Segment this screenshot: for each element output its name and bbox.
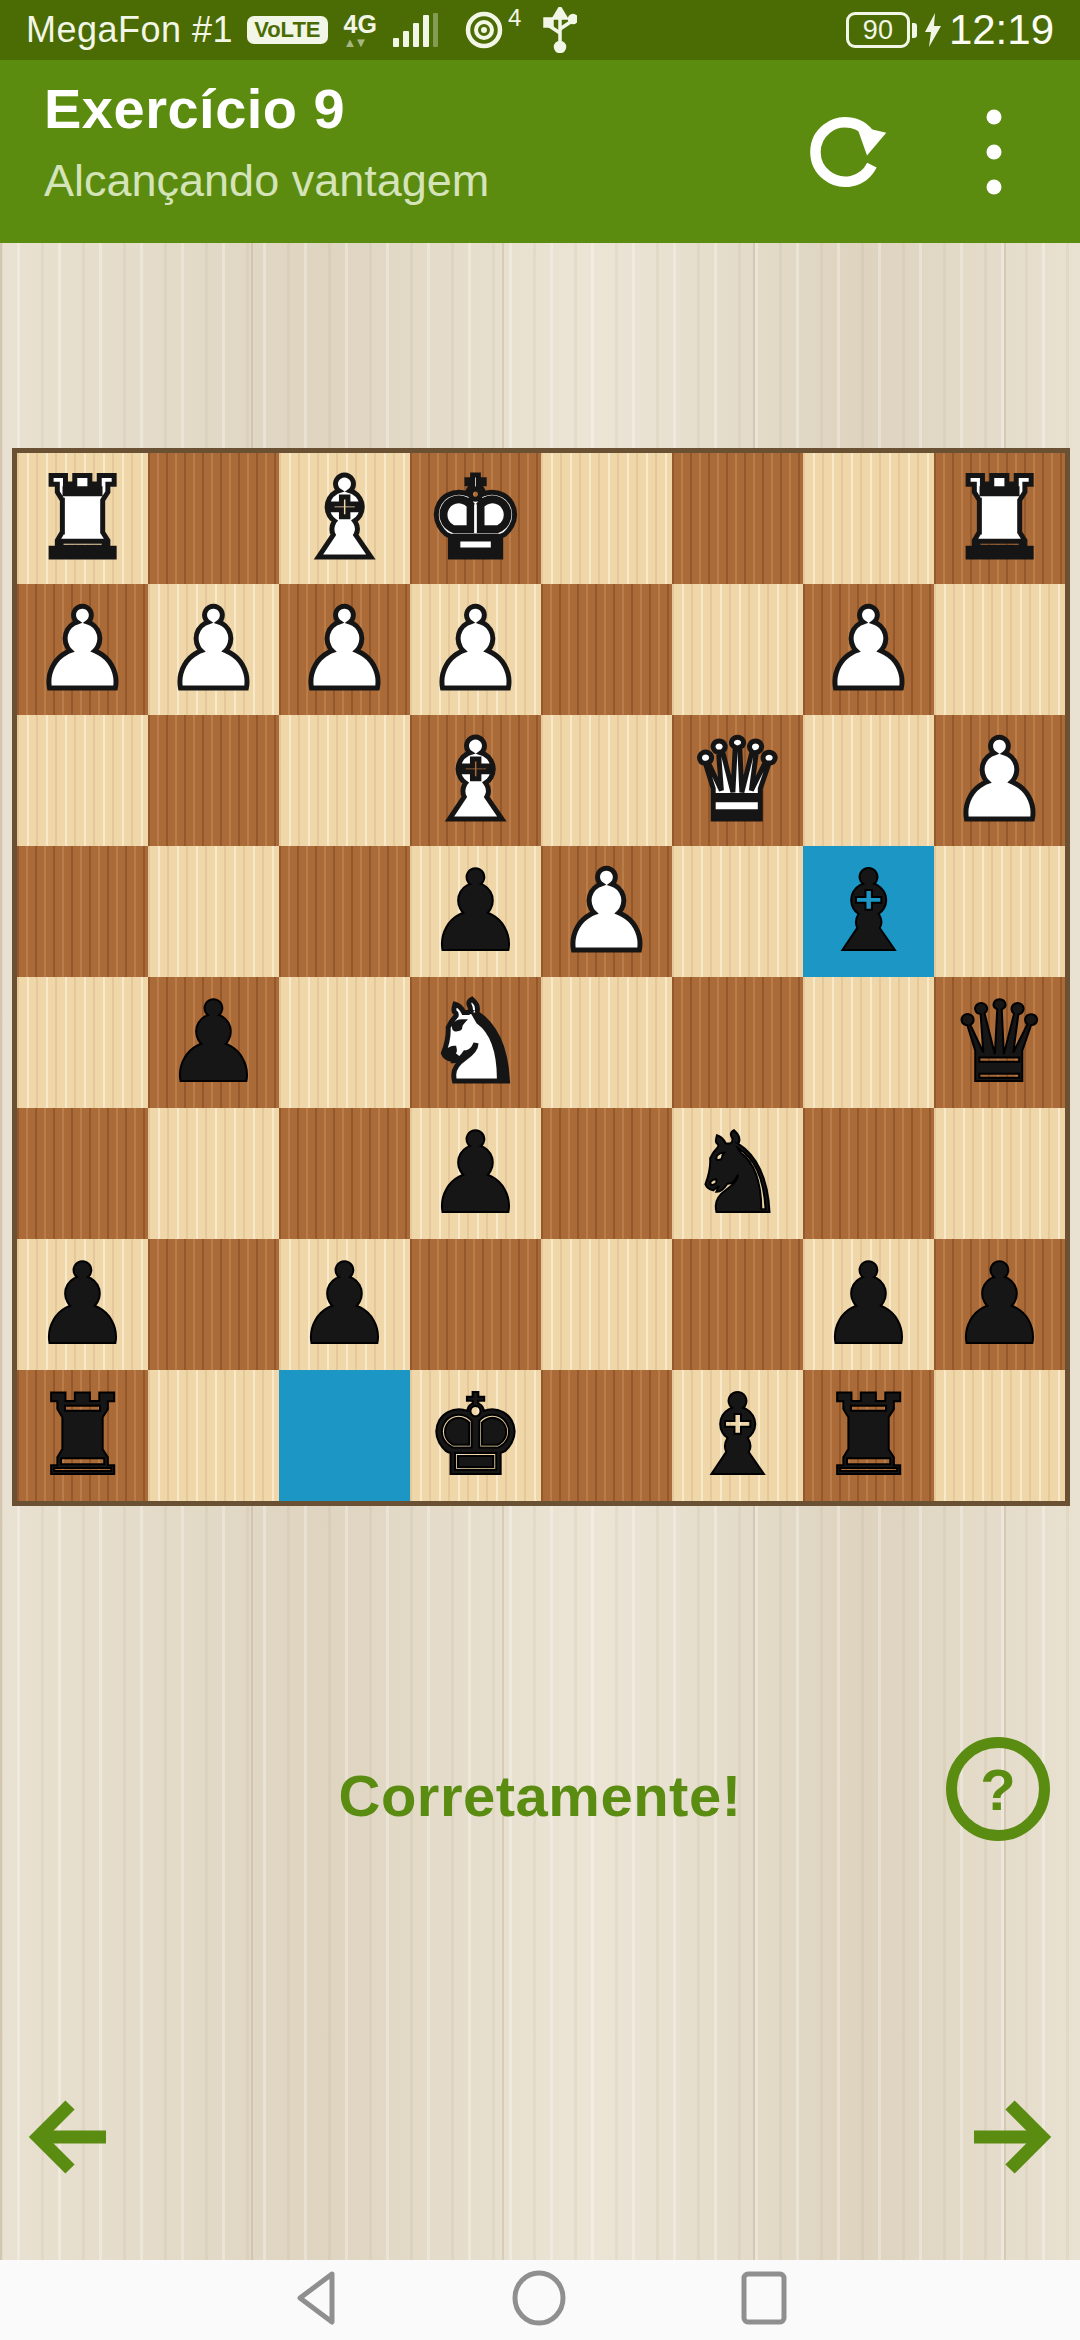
piece-black-P-e6: ♟ [425,1108,525,1239]
piece-white-N-e5: ♞ [425,977,525,1108]
square-h5[interactable] [17,977,148,1108]
square-f8[interactable] [279,1370,410,1501]
square-b3[interactable] [803,715,934,846]
square-a1[interactable]: ♜ [934,453,1065,584]
piece-black-P-e4: ♟ [425,846,525,977]
help-button[interactable]: ? [946,1737,1050,1841]
volte-badge: VoLTE [247,16,327,44]
usb-icon [543,7,577,53]
square-b4[interactable]: ♝ [803,846,934,977]
square-f3[interactable] [279,715,410,846]
square-e5[interactable]: ♞ [410,977,541,1108]
square-e8[interactable]: ♚ [410,1370,541,1501]
square-h7[interactable]: ♟ [17,1239,148,1370]
square-c7[interactable] [672,1239,803,1370]
previous-exercise-button[interactable] [28,2095,112,2183]
square-g7[interactable] [148,1239,279,1370]
square-b2[interactable]: ♟ [803,584,934,715]
status-left-cluster: MegaFon #1 VoLTE 4G ▲▼ 4 [26,7,577,53]
piece-black-P-b7: ♟ [818,1239,918,1370]
piece-white-K-e1: ♚ [425,453,525,584]
square-b5[interactable] [803,977,934,1108]
piece-black-R-h8: ♜ [32,1370,132,1501]
status-right-cluster: 90 12:19 [846,6,1054,54]
square-h8[interactable]: ♜ [17,1370,148,1501]
status-bar: MegaFon #1 VoLTE 4G ▲▼ 4 [0,0,1080,60]
square-a8[interactable] [934,1370,1065,1501]
piece-white-P-f2: ♟ [294,584,394,715]
right-arrow-icon [968,2095,1052,2179]
square-d6[interactable] [541,1108,672,1239]
square-a3[interactable]: ♟ [934,715,1065,846]
hotspot-icon: 4 [462,8,521,52]
piece-white-P-h2: ♟ [32,584,132,715]
nav-back-button[interactable] [292,2270,338,2330]
question-mark-icon: ? [980,1756,1015,1823]
network-indicator: 4G ▲▼ [344,12,377,49]
piece-black-P-h7: ♟ [32,1239,132,1370]
square-a4[interactable] [934,846,1065,977]
piece-black-B-c8: ♝ [687,1370,787,1501]
square-g1[interactable] [148,453,279,584]
result-message: Corretamente! [0,1762,1080,1829]
battery-icon: 90 [846,12,910,48]
back-triangle-icon [292,2270,338,2326]
next-exercise-button[interactable] [968,2095,1052,2183]
square-c3[interactable]: ♛ [672,715,803,846]
square-e4[interactable]: ♟ [410,846,541,977]
square-b8[interactable]: ♜ [803,1370,934,1501]
overflow-menu-icon [985,105,1003,199]
square-g3[interactable] [148,715,279,846]
app-bar: Exercício 9 Alcançando vantagem [0,60,1080,243]
square-c2[interactable] [672,584,803,715]
square-g5[interactable]: ♟ [148,977,279,1108]
square-f1[interactable]: ♝ [279,453,410,584]
square-g4[interactable] [148,846,279,977]
phone-screen: MegaFon #1 VoLTE 4G ▲▼ 4 [0,0,1080,2340]
square-g6[interactable] [148,1108,279,1239]
square-c4[interactable] [672,846,803,977]
home-circle-icon [510,2270,568,2326]
recents-square-icon [740,2270,788,2326]
piece-black-N-c6: ♞ [687,1108,787,1239]
square-b6[interactable] [803,1108,934,1239]
square-b1[interactable] [803,453,934,584]
piece-white-P-a3: ♟ [949,715,1049,846]
content-area: ♜♝♚♜♟♟♟♟♟♝♛♟♟♟♝♟♞♛♟♞♟♟♟♟♜♚♝♜ Corretament… [0,243,1080,2260]
refresh-button[interactable] [800,106,892,198]
piece-white-P-b2: ♟ [818,584,918,715]
square-g8[interactable] [148,1370,279,1501]
square-f4[interactable] [279,846,410,977]
android-nav-bar [0,2260,1080,2340]
square-e3[interactable]: ♝ [410,715,541,846]
nav-recents-button[interactable] [740,2270,788,2330]
square-a6[interactable] [934,1108,1065,1239]
square-f7[interactable]: ♟ [279,1239,410,1370]
battery-nub [912,23,917,38]
clock: 12:19 [949,6,1054,54]
left-arrow-icon [28,2095,112,2179]
square-c6[interactable]: ♞ [672,1108,803,1239]
square-e2[interactable]: ♟ [410,584,541,715]
piece-white-R-h1: ♜ [32,453,132,584]
piece-white-P-e2: ♟ [425,584,525,715]
network-type-label: 4G [344,12,377,37]
piece-black-Q-a5: ♛ [949,977,1049,1108]
square-h4[interactable] [17,846,148,977]
square-e7[interactable] [410,1239,541,1370]
square-c8[interactable]: ♝ [672,1370,803,1501]
battery-percent: 90 [863,15,893,46]
square-h1[interactable]: ♜ [17,453,148,584]
square-h6[interactable] [17,1108,148,1239]
nav-home-button[interactable] [510,2270,568,2330]
square-a5[interactable]: ♛ [934,977,1065,1108]
square-d8[interactable] [541,1370,672,1501]
piece-black-K-e8: ♚ [425,1370,525,1501]
data-activity-arrows-icon: ▲▼ [344,36,366,49]
square-b7[interactable]: ♟ [803,1239,934,1370]
signal-bars-icon [393,13,438,47]
square-e6[interactable]: ♟ [410,1108,541,1239]
square-a2[interactable] [934,584,1065,715]
appbar-actions [800,60,1080,243]
piece-white-R-a1: ♜ [949,453,1049,584]
piece-white-B-e3: ♝ [425,715,525,846]
carrier-label: MegaFon #1 [26,9,233,51]
hotspot-count: 4 [508,4,521,32]
piece-white-P-g2: ♟ [163,584,263,715]
piece-black-P-a7: ♟ [949,1239,1049,1370]
square-g2[interactable]: ♟ [148,584,279,715]
square-h2[interactable]: ♟ [17,584,148,715]
square-d7[interactable] [541,1239,672,1370]
square-d1[interactable] [541,453,672,584]
square-d3[interactable] [541,715,672,846]
square-f2[interactable]: ♟ [279,584,410,715]
overflow-menu-button[interactable] [948,106,1040,198]
square-d2[interactable] [541,584,672,715]
piece-black-P-g5: ♟ [163,977,263,1108]
piece-black-P-f7: ♟ [294,1239,394,1370]
square-h3[interactable] [17,715,148,846]
square-e1[interactable]: ♚ [410,453,541,584]
piece-white-Q-c3: ♛ [687,715,787,846]
piece-white-P-d4: ♟ [556,846,656,977]
square-f6[interactable] [279,1108,410,1239]
square-d5[interactable] [541,977,672,1108]
charging-bolt-icon [925,13,941,47]
chess-board: ♜♝♚♜♟♟♟♟♟♝♛♟♟♟♝♟♞♛♟♞♟♟♟♟♜♚♝♜ [12,448,1070,1506]
square-f5[interactable] [279,977,410,1108]
piece-black-R-b8: ♜ [818,1370,918,1501]
square-d4[interactable]: ♟ [541,846,672,977]
refresh-icon [804,110,888,194]
square-a7[interactable]: ♟ [934,1239,1065,1370]
square-c5[interactable] [672,977,803,1108]
piece-white-B-f1: ♝ [294,453,394,584]
piece-black-B-b4: ♝ [818,846,918,977]
square-c1[interactable] [672,453,803,584]
